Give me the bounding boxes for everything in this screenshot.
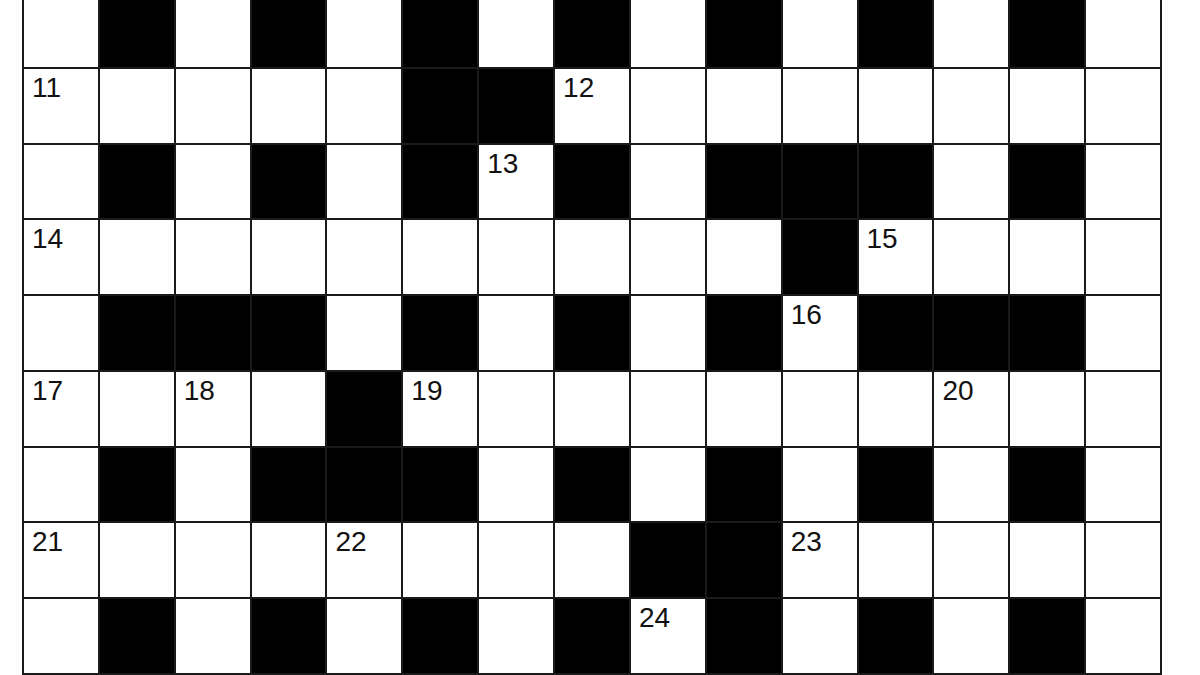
black-cell-r7c9	[707, 523, 781, 597]
black-cell-r4c12	[934, 296, 1008, 370]
white-cell-r7c0[interactable]: 21	[24, 523, 98, 597]
white-cell-r0c0[interactable]	[24, 0, 98, 67]
white-cell-r5c2[interactable]: 18	[176, 372, 250, 446]
white-cell-r6c6[interactable]	[479, 448, 553, 522]
black-cell-r4c1	[100, 296, 174, 370]
clue-number-21: 21	[32, 528, 63, 556]
black-cell-r6c4	[327, 448, 401, 522]
white-cell-r8c2[interactable]	[176, 599, 250, 673]
white-cell-r5c11[interactable]	[859, 372, 933, 446]
white-cell-r5c9[interactable]	[707, 372, 781, 446]
black-cell-r6c13	[1010, 448, 1084, 522]
white-cell-r7c2[interactable]	[176, 523, 250, 597]
white-cell-r5c5[interactable]: 19	[403, 372, 477, 446]
white-cell-r6c10[interactable]	[783, 448, 857, 522]
white-cell-r5c0[interactable]: 17	[24, 372, 98, 446]
white-cell-r2c12[interactable]	[934, 145, 1008, 219]
white-cell-r7c10[interactable]: 23	[783, 523, 857, 597]
clue-number-19: 19	[411, 377, 442, 405]
crossword-grid: 1112131415161718192021222324	[22, 0, 1162, 675]
clue-number-24: 24	[639, 604, 670, 632]
black-cell-r4c3	[252, 296, 326, 370]
white-cell-r2c4[interactable]	[327, 145, 401, 219]
white-cell-r8c14[interactable]	[1086, 599, 1160, 673]
white-cell-r7c4[interactable]: 22	[327, 523, 401, 597]
white-cell-r3c1[interactable]	[100, 220, 174, 294]
black-cell-r4c5	[403, 296, 477, 370]
black-cell-r2c7	[555, 145, 629, 219]
white-cell-r3c6[interactable]	[479, 220, 553, 294]
black-cell-r8c13	[1010, 599, 1084, 673]
white-cell-r4c0[interactable]	[24, 296, 98, 370]
black-cell-r5c4	[327, 372, 401, 446]
black-cell-r2c9	[707, 145, 781, 219]
black-cell-r8c7	[555, 599, 629, 673]
white-cell-r6c8[interactable]	[631, 448, 705, 522]
white-cell-r0c8[interactable]	[631, 0, 705, 67]
white-cell-r7c7[interactable]	[555, 523, 629, 597]
white-cell-r3c11[interactable]: 15	[859, 220, 933, 294]
black-cell-r6c5	[403, 448, 477, 522]
white-cell-r0c14[interactable]	[1086, 0, 1160, 67]
black-cell-r6c7	[555, 448, 629, 522]
white-cell-r8c6[interactable]	[479, 599, 553, 673]
black-cell-r1c5	[403, 69, 477, 143]
white-cell-r3c8[interactable]	[631, 220, 705, 294]
crossword-page: 1112131415161718192021222324	[0, 0, 1200, 675]
white-cell-r4c8[interactable]	[631, 296, 705, 370]
clue-number-16: 16	[791, 301, 822, 329]
black-cell-r6c3	[252, 448, 326, 522]
white-cell-r1c4[interactable]	[327, 69, 401, 143]
black-cell-r2c11	[859, 145, 933, 219]
white-cell-r7c6[interactable]	[479, 523, 553, 597]
black-cell-r8c11	[859, 599, 933, 673]
white-cell-r1c10[interactable]	[783, 69, 857, 143]
white-cell-r6c12[interactable]	[934, 448, 1008, 522]
white-cell-r4c4[interactable]	[327, 296, 401, 370]
white-cell-r5c7[interactable]	[555, 372, 629, 446]
white-cell-r0c2[interactable]	[176, 0, 250, 67]
clue-number-14: 14	[32, 225, 63, 253]
black-cell-r2c1	[100, 145, 174, 219]
white-cell-r5c12[interactable]: 20	[934, 372, 1008, 446]
white-cell-r2c6[interactable]: 13	[479, 145, 553, 219]
white-cell-r5c10[interactable]	[783, 372, 857, 446]
white-cell-r4c10[interactable]: 16	[783, 296, 857, 370]
white-cell-r3c2[interactable]	[176, 220, 250, 294]
black-cell-r8c9	[707, 599, 781, 673]
white-cell-r1c7[interactable]: 12	[555, 69, 629, 143]
white-cell-r5c13[interactable]	[1010, 372, 1084, 446]
black-cell-r0c9	[707, 0, 781, 67]
black-cell-r7c8	[631, 523, 705, 597]
white-cell-r0c12[interactable]	[934, 0, 1008, 67]
white-cell-r1c8[interactable]	[631, 69, 705, 143]
white-cell-r3c14[interactable]	[1086, 220, 1160, 294]
white-cell-r6c0[interactable]	[24, 448, 98, 522]
clue-number-20: 20	[942, 377, 973, 405]
white-cell-r1c0[interactable]: 11	[24, 69, 98, 143]
white-cell-r3c7[interactable]	[555, 220, 629, 294]
white-cell-r7c5[interactable]	[403, 523, 477, 597]
black-cell-r2c13	[1010, 145, 1084, 219]
white-cell-r1c3[interactable]	[252, 69, 326, 143]
white-cell-r8c0[interactable]	[24, 599, 98, 673]
clue-number-12: 12	[563, 74, 594, 102]
black-cell-r6c11	[859, 448, 933, 522]
white-cell-r1c9[interactable]	[707, 69, 781, 143]
clue-number-17: 17	[32, 377, 63, 405]
black-cell-r4c11	[859, 296, 933, 370]
black-cell-r4c9	[707, 296, 781, 370]
white-cell-r7c1[interactable]	[100, 523, 174, 597]
white-cell-r5c3[interactable]	[252, 372, 326, 446]
clue-number-13: 13	[487, 150, 518, 178]
black-cell-r8c3	[252, 599, 326, 673]
black-cell-r0c13	[1010, 0, 1084, 67]
white-cell-r1c11[interactable]	[859, 69, 933, 143]
white-cell-r0c10[interactable]	[783, 0, 857, 67]
black-cell-r3c10	[783, 220, 857, 294]
black-cell-r1c6	[479, 69, 553, 143]
white-cell-r2c2[interactable]	[176, 145, 250, 219]
white-cell-r2c14[interactable]	[1086, 145, 1160, 219]
white-cell-r7c3[interactable]	[252, 523, 326, 597]
white-cell-r1c13[interactable]	[1010, 69, 1084, 143]
white-cell-r2c8[interactable]	[631, 145, 705, 219]
black-cell-r0c5	[403, 0, 477, 67]
white-cell-r6c2[interactable]	[176, 448, 250, 522]
white-cell-r1c12[interactable]	[934, 69, 1008, 143]
white-cell-r2c0[interactable]	[24, 145, 98, 219]
black-cell-r4c2	[176, 296, 250, 370]
black-cell-r0c1	[100, 0, 174, 67]
white-cell-r5c6[interactable]	[479, 372, 553, 446]
white-cell-r7c11[interactable]	[859, 523, 933, 597]
white-cell-r5c1[interactable]	[100, 372, 174, 446]
clue-number-22: 22	[335, 528, 366, 556]
black-cell-r0c7	[555, 0, 629, 67]
black-cell-r6c9	[707, 448, 781, 522]
white-cell-r5c14[interactable]	[1086, 372, 1160, 446]
black-cell-r2c10	[783, 145, 857, 219]
white-cell-r1c14[interactable]	[1086, 69, 1160, 143]
white-cell-r8c4[interactable]	[327, 599, 401, 673]
clue-number-15: 15	[867, 225, 898, 253]
white-cell-r7c14[interactable]	[1086, 523, 1160, 597]
black-cell-r8c1	[100, 599, 174, 673]
black-cell-r8c5	[403, 599, 477, 673]
white-cell-r1c2[interactable]	[176, 69, 250, 143]
white-cell-r3c3[interactable]	[252, 220, 326, 294]
white-cell-r3c4[interactable]	[327, 220, 401, 294]
clue-number-23: 23	[791, 528, 822, 556]
white-cell-r4c14[interactable]	[1086, 296, 1160, 370]
white-cell-r7c12[interactable]	[934, 523, 1008, 597]
white-cell-r8c10[interactable]	[783, 599, 857, 673]
white-cell-r0c6[interactable]	[479, 0, 553, 67]
clue-number-11: 11	[32, 74, 61, 102]
white-cell-r6c14[interactable]	[1086, 448, 1160, 522]
black-cell-r0c3	[252, 0, 326, 67]
white-cell-r0c4[interactable]	[327, 0, 401, 67]
black-cell-r4c13	[1010, 296, 1084, 370]
white-cell-r3c5[interactable]	[403, 220, 477, 294]
white-cell-r3c12[interactable]	[934, 220, 1008, 294]
black-cell-r2c3	[252, 145, 326, 219]
white-cell-r8c8[interactable]: 24	[631, 599, 705, 673]
white-cell-r1c1[interactable]	[100, 69, 174, 143]
black-cell-r0c11	[859, 0, 933, 67]
white-cell-r3c13[interactable]	[1010, 220, 1084, 294]
black-cell-r2c5	[403, 145, 477, 219]
black-cell-r4c7	[555, 296, 629, 370]
white-cell-r5c8[interactable]	[631, 372, 705, 446]
white-cell-r8c12[interactable]	[934, 599, 1008, 673]
white-cell-r4c6[interactable]	[479, 296, 553, 370]
white-cell-r3c0[interactable]: 14	[24, 220, 98, 294]
white-cell-r7c13[interactable]	[1010, 523, 1084, 597]
white-cell-r3c9[interactable]	[707, 220, 781, 294]
black-cell-r6c1	[100, 448, 174, 522]
clue-number-18: 18	[184, 377, 215, 405]
